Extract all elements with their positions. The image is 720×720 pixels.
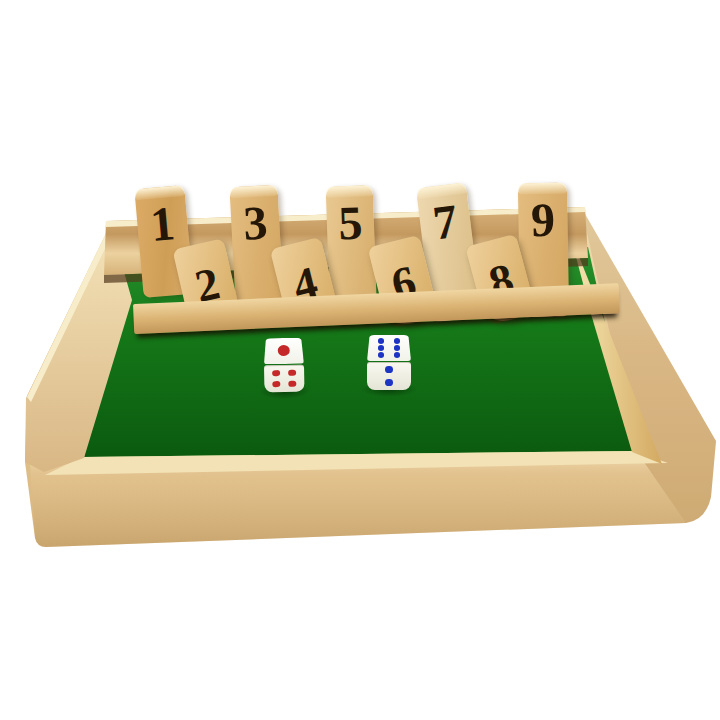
blue-die-pip: [394, 338, 401, 344]
blue-die-pip: [394, 345, 401, 351]
blue-die-pip: [378, 345, 385, 351]
red-die-front-face-4: [264, 365, 304, 393]
blue-die-front-face-2: [367, 362, 411, 390]
red-die[interactable]: [264, 338, 305, 393]
red-die-top-face-1: [264, 338, 304, 365]
red-die-pip: [289, 380, 296, 387]
blue-die-pip: [385, 379, 392, 386]
blue-die-top-face-6: [367, 335, 411, 361]
blue-die-pip: [385, 366, 392, 373]
blue-die-pip: [378, 338, 385, 344]
blue-die-pip: [394, 352, 401, 358]
blue-die-pip: [378, 352, 385, 358]
blue-die[interactable]: [367, 335, 411, 390]
shut-the-box-scene: 123456789: [0, 0, 720, 720]
red-die-pip: [278, 345, 290, 356]
red-die-pip: [289, 370, 296, 377]
red-die-pip: [273, 381, 280, 388]
red-die-pip: [273, 370, 280, 377]
dice-layer: [0, 0, 720, 720]
